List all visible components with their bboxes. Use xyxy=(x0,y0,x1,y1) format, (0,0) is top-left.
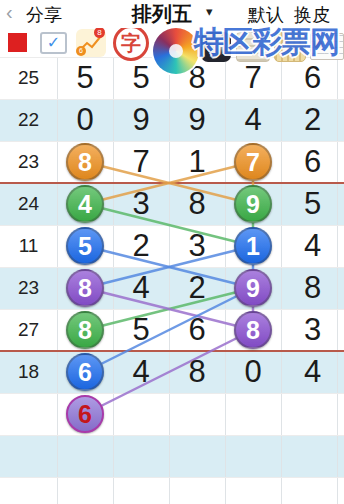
digit-cell[interactable]: 6 xyxy=(281,57,344,99)
row-label: 23 xyxy=(0,267,57,309)
row-label xyxy=(0,393,57,435)
trend-badge-bottom: 6 xyxy=(76,46,86,56)
digit-cell[interactable] xyxy=(169,477,225,504)
row-label xyxy=(0,477,57,504)
digit-cell[interactable] xyxy=(281,435,344,477)
pinwheel-icon[interactable] xyxy=(153,28,199,74)
page-title[interactable]: 排列五 xyxy=(132,1,192,28)
digit-cell[interactable] xyxy=(57,477,113,504)
draw-row: 6 xyxy=(0,393,344,435)
marked-ball-green[interactable]: 4 xyxy=(66,185,104,223)
digit-cell[interactable]: 4 xyxy=(113,351,169,393)
digit-cell[interactable]: 3 xyxy=(281,309,344,351)
chevron-down-icon[interactable]: ▾ xyxy=(206,4,213,19)
marked-ball-green[interactable]: 8 xyxy=(66,311,104,349)
trend-line-icon[interactable]: 8 6 xyxy=(76,29,106,57)
red-square-icon[interactable] xyxy=(8,33,27,52)
marked-ball-violet[interactable]: 6 xyxy=(66,395,104,433)
row-label xyxy=(0,435,57,477)
share-button[interactable]: 分享 xyxy=(26,3,62,27)
digit-cell[interactable]: 7 xyxy=(113,141,169,183)
site-watermark: 特区彩票网 xyxy=(194,22,339,63)
digit-cell[interactable]: 4 xyxy=(281,225,344,267)
digit-cell[interactable] xyxy=(113,435,169,477)
draw-row: 1864804 xyxy=(0,351,344,393)
lottery-trend-app: ‹ 分享 排列五 ▾ 默认换皮 ✓ 8 6 字 特区彩票网 2555876220… xyxy=(0,0,344,504)
digit-cell[interactable]: 4 xyxy=(225,99,281,141)
digit-cell[interactable]: 4 xyxy=(113,267,169,309)
marked-ball-purple[interactable]: 9 xyxy=(234,269,272,307)
digit-cell[interactable]: 6 xyxy=(169,309,225,351)
marked-ball-orange[interactable]: 7 xyxy=(234,143,272,181)
digit-cell[interactable]: 0 xyxy=(57,99,113,141)
zi-stamp-icon[interactable]: 字 xyxy=(113,25,149,61)
digit-cell[interactable] xyxy=(169,393,225,435)
digit-cell[interactable]: 5 xyxy=(113,309,169,351)
digit-cell[interactable] xyxy=(113,393,169,435)
digit-cell[interactable] xyxy=(225,435,281,477)
trend-grid: 2555876220994223871762443895115231423842… xyxy=(0,57,344,504)
marked-ball-purple[interactable]: 8 xyxy=(234,311,272,349)
checkbox-icon[interactable]: ✓ xyxy=(40,32,67,54)
digit-cell[interactable] xyxy=(225,393,281,435)
marked-ball-blue[interactable]: 5 xyxy=(66,227,104,265)
marked-ball-green[interactable]: 9 xyxy=(234,185,272,223)
digit-cell[interactable]: 0 xyxy=(225,351,281,393)
digit-cell[interactable] xyxy=(281,393,344,435)
marked-ball-blue[interactable]: 6 xyxy=(66,353,104,391)
digit-cell[interactable]: 5 xyxy=(281,183,344,225)
row-label: 27 xyxy=(0,309,57,351)
digit-cell[interactable]: 2 xyxy=(113,225,169,267)
draw-row xyxy=(0,435,344,477)
digit-cell[interactable] xyxy=(113,477,169,504)
marked-ball-orange[interactable]: 8 xyxy=(66,143,104,181)
digit-cell[interactable]: 6 xyxy=(281,141,344,183)
draw-row: 1152314 xyxy=(0,225,344,267)
marked-ball-purple[interactable]: 8 xyxy=(66,269,104,307)
digit-cell[interactable]: 2 xyxy=(281,99,344,141)
draw-row xyxy=(0,477,344,504)
digit-cell[interactable] xyxy=(57,435,113,477)
digit-cell[interactable]: 3 xyxy=(113,183,169,225)
digit-cell[interactable]: 9 xyxy=(169,99,225,141)
digit-cell[interactable] xyxy=(281,477,344,504)
draw-row: 2209942 xyxy=(0,99,344,141)
digit-cell[interactable]: 1 xyxy=(169,141,225,183)
row-label: 25 xyxy=(0,57,57,99)
digit-cell[interactable] xyxy=(169,435,225,477)
row-label: 11 xyxy=(0,225,57,267)
draw-row: 2384298 xyxy=(0,267,344,309)
digit-cell[interactable]: 8 xyxy=(169,351,225,393)
marked-ball-blue[interactable]: 1 xyxy=(234,227,272,265)
digit-cell[interactable]: 3 xyxy=(169,225,225,267)
digit-cell[interactable]: 5 xyxy=(57,57,113,99)
digit-cell[interactable]: 4 xyxy=(281,351,344,393)
row-label: 22 xyxy=(0,99,57,141)
digit-cell[interactable] xyxy=(225,477,281,504)
digit-cell[interactable]: 9 xyxy=(113,99,169,141)
draw-row: 2785683 xyxy=(0,309,344,351)
row-label: 24 xyxy=(0,183,57,225)
digit-cell[interactable]: 7 xyxy=(225,57,281,99)
digit-cell[interactable]: 2 xyxy=(169,267,225,309)
row-label: 18 xyxy=(0,351,57,393)
draw-row: 2443895 xyxy=(0,183,344,225)
row-label: 23 xyxy=(0,141,57,183)
back-chevron-icon[interactable]: ‹ xyxy=(6,1,13,24)
digit-cell[interactable]: 8 xyxy=(169,183,225,225)
digit-cell[interactable]: 8 xyxy=(281,267,344,309)
draw-row: 2387176 xyxy=(0,141,344,183)
trend-badge-top: 8 xyxy=(94,27,105,38)
